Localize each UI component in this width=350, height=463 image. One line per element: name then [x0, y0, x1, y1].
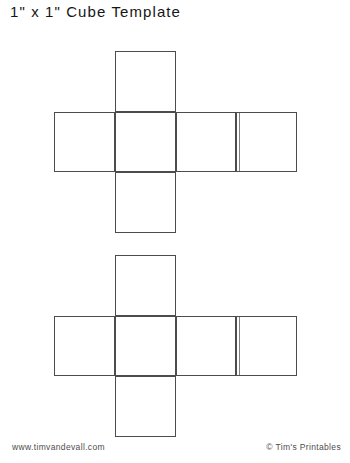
net-empty-cell	[176, 255, 237, 316]
net-square	[54, 316, 115, 377]
net-empty-cell	[54, 376, 115, 437]
footer-website-url: www.timvandevall.com	[12, 442, 105, 453]
net-empty-cell	[54, 172, 115, 233]
footer-copyright: © Tim's Printables	[266, 442, 341, 453]
net-empty-cell	[236, 172, 297, 233]
footer: www.timvandevall.com © Tim's Printables	[0, 442, 350, 453]
net-empty-cell	[176, 172, 237, 233]
net-empty-cell	[54, 255, 115, 316]
net-empty-cell	[236, 376, 297, 437]
net-square	[236, 316, 297, 377]
net-square	[115, 255, 176, 316]
net-square	[115, 112, 176, 173]
cube-net-1	[54, 51, 297, 233]
net-empty-cell	[176, 376, 237, 437]
page-title: 1" x 1" Cube Template	[10, 3, 181, 20]
net-empty-cell	[54, 51, 115, 112]
net-square	[115, 51, 176, 112]
net-square	[115, 316, 176, 377]
net-square	[115, 172, 176, 233]
net-empty-cell	[236, 255, 297, 316]
net-empty-cell	[236, 51, 297, 112]
net-square	[176, 112, 237, 173]
net-empty-cell	[176, 51, 237, 112]
net-square	[115, 376, 176, 437]
net-square	[176, 316, 237, 377]
cube-net-2	[54, 255, 297, 437]
net-square	[54, 112, 115, 173]
net-square	[236, 112, 297, 173]
